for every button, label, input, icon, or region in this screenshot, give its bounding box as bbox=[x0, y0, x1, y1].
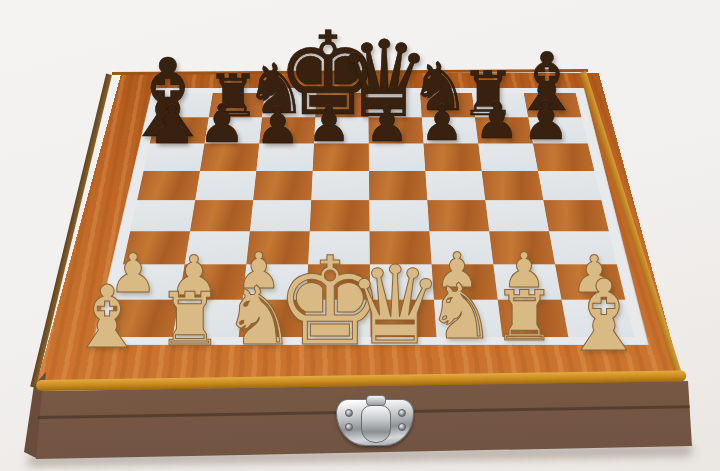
light-bishop[interactable]: ♝ bbox=[68, 274, 145, 360]
dark-pawn[interactable]: ♟ bbox=[365, 100, 409, 149]
dark-pawn[interactable]: ♟ bbox=[148, 99, 195, 152]
chess-box-photo: ♝♜♞♚♛♞♜♝♟♟♟♟♟♟♟♟♟♟♟♟♟♟♝♜♞♚♛♞♜♝ bbox=[0, 0, 720, 471]
light-rook[interactable]: ♜ bbox=[493, 282, 555, 351]
dark-pawn[interactable]: ♟ bbox=[307, 100, 351, 149]
dark-pawn[interactable]: ♟ bbox=[475, 96, 520, 146]
light-knight[interactable]: ♞ bbox=[223, 276, 295, 357]
light-rook[interactable]: ♜ bbox=[157, 283, 223, 357]
dark-pawn[interactable]: ♟ bbox=[256, 101, 301, 151]
light-queen[interactable]: ♛ bbox=[346, 252, 443, 360]
dark-pawn[interactable]: ♟ bbox=[198, 98, 245, 151]
dark-pawn[interactable]: ♟ bbox=[420, 99, 464, 148]
light-bishop[interactable]: ♝ bbox=[560, 267, 648, 366]
pieces-layer: ♝♜♞♚♛♞♜♝♟♟♟♟♟♟♟♟♟♟♟♟♟♟♝♜♞♚♛♞♜♝ bbox=[0, 0, 720, 471]
dark-pawn[interactable]: ♟ bbox=[522, 95, 569, 148]
